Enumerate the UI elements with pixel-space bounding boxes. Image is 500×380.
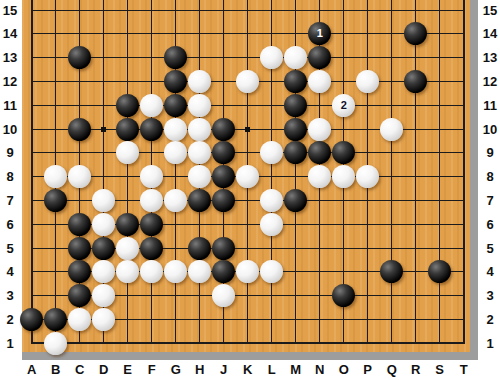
col-label-R: R: [406, 363, 426, 376]
stone-black-H5[interactable]: [188, 237, 211, 260]
stone-black-D5[interactable]: [92, 237, 115, 260]
row-label-right-3: 3: [480, 289, 500, 302]
row-label-left-6: 6: [0, 218, 20, 231]
row-label-right-7: 7: [480, 194, 500, 207]
stone-black-F6[interactable]: [140, 213, 163, 236]
stone-white-Q10[interactable]: [380, 118, 403, 141]
col-label-J: J: [214, 363, 234, 376]
go-game-diagram: 12 1514131211109876543211514131211109876…: [0, 0, 500, 380]
row-label-left-15: 15: [0, 4, 20, 17]
col-label-S: S: [430, 363, 450, 376]
stone-white-O11[interactable]: 2: [332, 94, 355, 117]
col-label-E: E: [118, 363, 138, 376]
stone-white-N10[interactable]: [308, 118, 331, 141]
board-edge-strip-bottom: [22, 352, 478, 360]
row-label-left-13: 13: [0, 51, 20, 64]
grid-line-v-T: [463, 0, 465, 344]
row-label-left-8: 8: [0, 170, 20, 183]
grid-line-v-E: [127, 0, 128, 344]
stone-black-J10[interactable]: [212, 118, 235, 141]
stone-white-G10[interactable]: [164, 118, 187, 141]
star-point-K10: [245, 127, 250, 132]
col-label-B: B: [46, 363, 66, 376]
stone-black-F5[interactable]: [140, 237, 163, 260]
col-label-M: M: [286, 363, 306, 376]
stone-black-C5[interactable]: [68, 237, 91, 260]
stone-black-C6[interactable]: [68, 213, 91, 236]
grid-line-h-11: [31, 105, 465, 106]
col-label-G: G: [166, 363, 186, 376]
col-label-T: T: [454, 363, 474, 376]
col-label-H: H: [190, 363, 210, 376]
col-label-A: A: [22, 363, 42, 376]
stone-white-H11[interactable]: [188, 94, 211, 117]
row-label-left-3: 3: [0, 289, 20, 302]
stone-black-G11[interactable]: [164, 94, 187, 117]
row-label-left-11: 11: [0, 99, 20, 112]
row-label-right-15: 15: [480, 4, 500, 17]
row-label-right-1: 1: [480, 337, 500, 350]
col-label-L: L: [262, 363, 282, 376]
row-label-left-12: 12: [0, 75, 20, 88]
stone-white-D6[interactable]: [92, 213, 115, 236]
row-label-right-13: 13: [480, 51, 500, 64]
stone-black-E11[interactable]: [116, 94, 139, 117]
row-label-right-11: 11: [480, 99, 500, 112]
stone-black-C10[interactable]: [68, 118, 91, 141]
grid-line-h-13: [31, 57, 465, 58]
col-label-N: N: [310, 363, 330, 376]
col-label-F: F: [142, 363, 162, 376]
row-label-left-14: 14: [0, 27, 20, 40]
row-label-left-10: 10: [0, 123, 20, 136]
row-label-right-5: 5: [480, 242, 500, 255]
row-label-left-1: 1: [0, 337, 20, 350]
grid-line-h-14: [31, 33, 465, 34]
col-label-Q: Q: [382, 363, 402, 376]
row-label-left-4: 4: [0, 265, 20, 278]
board-edge-strip-right: [470, 0, 478, 360]
row-label-left-9: 9: [0, 146, 20, 159]
grid-line-v-S: [439, 0, 440, 344]
grid-line-v-R: [415, 0, 416, 344]
stone-black-F10[interactable]: [140, 118, 163, 141]
col-label-K: K: [238, 363, 258, 376]
stone-white-H10[interactable]: [188, 118, 211, 141]
grid-line-h-9: [31, 152, 465, 153]
col-label-D: D: [94, 363, 114, 376]
move-label-1: 1: [317, 28, 323, 39]
stone-black-E6[interactable]: [116, 213, 139, 236]
row-label-right-6: 6: [480, 218, 500, 231]
stone-white-E5[interactable]: [116, 237, 139, 260]
grid-line-v-Q: [391, 0, 392, 344]
stone-black-E10[interactable]: [116, 118, 139, 141]
stone-black-M10[interactable]: [284, 118, 307, 141]
row-label-right-4: 4: [480, 265, 500, 278]
row-label-left-7: 7: [0, 194, 20, 207]
stone-white-B1[interactable]: [44, 332, 67, 355]
stone-white-L6[interactable]: [260, 213, 283, 236]
stone-black-J5[interactable]: [212, 237, 235, 260]
stone-white-F11[interactable]: [140, 94, 163, 117]
stone-black-M11[interactable]: [284, 94, 307, 117]
col-label-C: C: [70, 363, 90, 376]
grid-line-v-A: [31, 0, 33, 344]
row-label-right-9: 9: [480, 146, 500, 159]
star-point-D10: [101, 127, 106, 132]
row-label-right-10: 10: [480, 123, 500, 136]
row-label-right-2: 2: [480, 313, 500, 326]
col-label-O: O: [334, 363, 354, 376]
move-label-2: 2: [341, 100, 347, 111]
row-label-left-5: 5: [0, 242, 20, 255]
row-label-right-12: 12: [480, 75, 500, 88]
grid-line-h-15: [31, 10, 465, 11]
col-label-P: P: [358, 363, 378, 376]
row-label-right-8: 8: [480, 170, 500, 183]
grid-line-h-1: [31, 342, 465, 344]
row-label-right-14: 14: [480, 27, 500, 40]
row-label-left-2: 2: [0, 313, 20, 326]
